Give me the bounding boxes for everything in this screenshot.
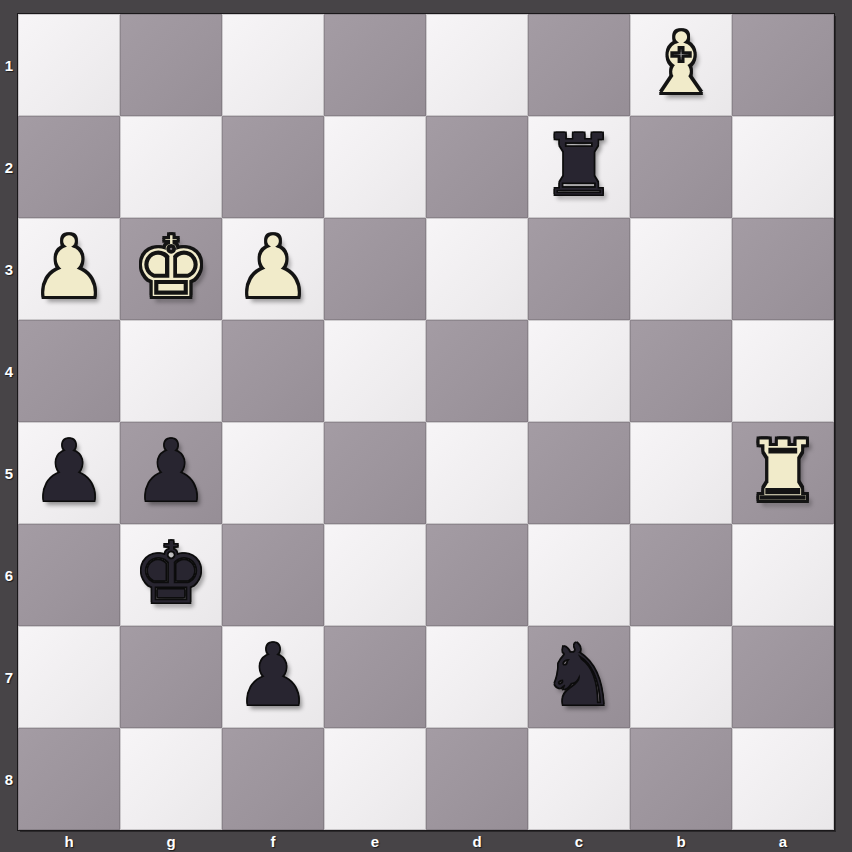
rank-label-4: 4 <box>0 320 18 422</box>
file-label-h: h <box>18 831 120 852</box>
square-d1[interactable] <box>426 14 528 116</box>
square-f5[interactable] <box>222 422 324 524</box>
chess-board: ♝♜♟♚♟♟♟♜♚♟♞ <box>18 14 834 830</box>
square-c1[interactable] <box>528 14 630 116</box>
white-rook[interactable]: ♜ <box>744 420 821 522</box>
white-pawn[interactable]: ♟ <box>30 216 107 318</box>
square-g5[interactable]: ♟ <box>120 422 222 524</box>
square-f7[interactable]: ♟ <box>222 626 324 728</box>
square-h4[interactable] <box>18 320 120 422</box>
square-e7[interactable] <box>324 626 426 728</box>
white-pawn[interactable]: ♟ <box>234 216 311 318</box>
file-labels: hgfedcba <box>18 831 834 852</box>
square-e2[interactable] <box>324 116 426 218</box>
file-label-b: b <box>630 831 732 852</box>
white-bishop[interactable]: ♝ <box>642 12 719 114</box>
square-g3[interactable]: ♚ <box>120 218 222 320</box>
rank-label-5: 5 <box>0 422 18 524</box>
square-h8[interactable] <box>18 728 120 830</box>
rank-label-8: 8 <box>0 728 18 830</box>
square-b7[interactable] <box>630 626 732 728</box>
square-g4[interactable] <box>120 320 222 422</box>
file-label-d: d <box>426 831 528 852</box>
square-e6[interactable] <box>324 524 426 626</box>
file-label-g: g <box>120 831 222 852</box>
chess-board-frame: ♝♜♟♚♟♟♟♜♚♟♞ 12345678 hgfedcba <box>0 0 852 852</box>
square-a8[interactable] <box>732 728 834 830</box>
square-b1[interactable]: ♝ <box>630 14 732 116</box>
square-d8[interactable] <box>426 728 528 830</box>
square-c6[interactable] <box>528 524 630 626</box>
square-f4[interactable] <box>222 320 324 422</box>
square-c7[interactable]: ♞ <box>528 626 630 728</box>
square-b2[interactable] <box>630 116 732 218</box>
square-h5[interactable]: ♟ <box>18 422 120 524</box>
black-rook[interactable]: ♜ <box>540 114 617 216</box>
square-e8[interactable] <box>324 728 426 830</box>
black-pawn[interactable]: ♟ <box>234 624 311 726</box>
square-e3[interactable] <box>324 218 426 320</box>
square-a6[interactable] <box>732 524 834 626</box>
square-d7[interactable] <box>426 626 528 728</box>
black-pawn[interactable]: ♟ <box>30 420 107 522</box>
file-label-a: a <box>732 831 834 852</box>
square-d3[interactable] <box>426 218 528 320</box>
square-a1[interactable] <box>732 14 834 116</box>
file-label-e: e <box>324 831 426 852</box>
square-h1[interactable] <box>18 14 120 116</box>
square-f1[interactable] <box>222 14 324 116</box>
square-f2[interactable] <box>222 116 324 218</box>
square-d4[interactable] <box>426 320 528 422</box>
square-g2[interactable] <box>120 116 222 218</box>
square-d2[interactable] <box>426 116 528 218</box>
square-c4[interactable] <box>528 320 630 422</box>
square-b4[interactable] <box>630 320 732 422</box>
square-b3[interactable] <box>630 218 732 320</box>
rank-label-1: 1 <box>0 14 18 116</box>
square-e4[interactable] <box>324 320 426 422</box>
square-a5[interactable]: ♜ <box>732 422 834 524</box>
square-d6[interactable] <box>426 524 528 626</box>
square-c8[interactable] <box>528 728 630 830</box>
square-g8[interactable] <box>120 728 222 830</box>
square-c2[interactable]: ♜ <box>528 116 630 218</box>
square-a7[interactable] <box>732 626 834 728</box>
square-g1[interactable] <box>120 14 222 116</box>
square-e5[interactable] <box>324 422 426 524</box>
rank-label-3: 3 <box>0 218 18 320</box>
square-a4[interactable] <box>732 320 834 422</box>
square-g6[interactable]: ♚ <box>120 524 222 626</box>
file-label-f: f <box>222 831 324 852</box>
rank-label-6: 6 <box>0 524 18 626</box>
square-f8[interactable] <box>222 728 324 830</box>
black-pawn[interactable]: ♟ <box>132 420 209 522</box>
square-f6[interactable] <box>222 524 324 626</box>
square-d5[interactable] <box>426 422 528 524</box>
rank-labels: 12345678 <box>0 14 18 830</box>
square-h2[interactable] <box>18 116 120 218</box>
white-king[interactable]: ♚ <box>132 216 209 318</box>
square-f3[interactable]: ♟ <box>222 218 324 320</box>
square-a3[interactable] <box>732 218 834 320</box>
square-b5[interactable] <box>630 422 732 524</box>
square-g7[interactable] <box>120 626 222 728</box>
square-c5[interactable] <box>528 422 630 524</box>
square-h6[interactable] <box>18 524 120 626</box>
square-b8[interactable] <box>630 728 732 830</box>
square-b6[interactable] <box>630 524 732 626</box>
file-label-c: c <box>528 831 630 852</box>
square-e1[interactable] <box>324 14 426 116</box>
square-a2[interactable] <box>732 116 834 218</box>
rank-label-2: 2 <box>0 116 18 218</box>
square-c3[interactable] <box>528 218 630 320</box>
square-h7[interactable] <box>18 626 120 728</box>
black-knight[interactable]: ♞ <box>540 624 617 726</box>
rank-label-7: 7 <box>0 626 18 728</box>
black-king[interactable]: ♚ <box>132 522 209 624</box>
square-h3[interactable]: ♟ <box>18 218 120 320</box>
